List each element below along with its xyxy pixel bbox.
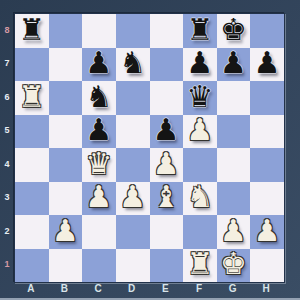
square-f2[interactable]: [183, 215, 217, 249]
square-a1[interactable]: [15, 249, 49, 283]
square-b8[interactable]: [49, 14, 83, 48]
white-rook: ♜: [18, 82, 45, 112]
chess-board: ♜♜♚♟♞♟♟♟♜♞♛♟♟♟♛♟♟♟♝♞♟♟♟♜♚: [14, 13, 285, 283]
white-pawn: ♟: [52, 216, 79, 246]
square-b1[interactable]: [49, 249, 83, 283]
square-b2[interactable]: ♟: [49, 215, 83, 249]
chess-board-frame: 87654321 ♜♜♚♟♞♟♟♟♜♞♛♟♟♟♛♟♟♟♝♞♟♟♟♜♚ ABCDE…: [0, 0, 300, 300]
square-a6[interactable]: ♜: [15, 81, 49, 115]
black-pawn: ♟: [153, 115, 180, 145]
square-f7[interactable]: ♟: [183, 48, 217, 82]
black-pawn: ♟: [220, 48, 247, 78]
file-label-h: H: [249, 280, 283, 297]
file-label-e: E: [149, 280, 183, 297]
square-d2[interactable]: [116, 215, 150, 249]
square-h4[interactable]: [250, 148, 284, 182]
square-b5[interactable]: [49, 115, 83, 149]
square-f5[interactable]: ♟: [183, 115, 217, 149]
white-knight: ♞: [186, 182, 213, 212]
square-d1[interactable]: [116, 249, 150, 283]
square-h8[interactable]: [250, 14, 284, 48]
square-c1[interactable]: [82, 249, 116, 283]
square-g3[interactable]: [217, 182, 251, 216]
white-pawn: ♟: [254, 216, 281, 246]
black-rook: ♜: [18, 15, 45, 45]
square-d3[interactable]: ♟: [116, 182, 150, 216]
black-pawn: ♟: [86, 48, 113, 78]
file-labels: ABCDEFGH: [14, 280, 283, 297]
square-c7[interactable]: ♟: [82, 48, 116, 82]
file-label-g: G: [216, 280, 250, 297]
square-e4[interactable]: ♟: [150, 148, 184, 182]
rank-labels: 87654321: [0, 13, 14, 281]
white-pawn: ♟: [153, 149, 180, 179]
white-pawn: ♟: [119, 182, 146, 212]
square-e2[interactable]: [150, 215, 184, 249]
file-label-a: A: [14, 280, 48, 297]
white-pawn: ♟: [220, 216, 247, 246]
square-f4[interactable]: [183, 148, 217, 182]
white-bishop: ♝: [153, 182, 180, 212]
file-label-d: D: [115, 280, 149, 297]
square-b7[interactable]: [49, 48, 83, 82]
rank-label-5: 5: [0, 114, 14, 148]
black-pawn: ♟: [254, 48, 281, 78]
rank-label-7: 7: [0, 47, 14, 81]
square-g2[interactable]: ♟: [217, 215, 251, 249]
square-a5[interactable]: [15, 115, 49, 149]
square-h6[interactable]: [250, 81, 284, 115]
rank-label-2: 2: [0, 214, 14, 248]
white-king: ♚: [220, 249, 247, 279]
file-label-c: C: [81, 280, 115, 297]
white-rook: ♜: [186, 249, 213, 279]
square-g6[interactable]: [217, 81, 251, 115]
square-a2[interactable]: [15, 215, 49, 249]
square-e3[interactable]: ♝: [150, 182, 184, 216]
square-h7[interactable]: ♟: [250, 48, 284, 82]
white-pawn: ♟: [86, 182, 113, 212]
square-f6[interactable]: ♛: [183, 81, 217, 115]
white-pawn: ♟: [186, 115, 213, 145]
square-g1[interactable]: ♚: [217, 249, 251, 283]
square-h2[interactable]: ♟: [250, 215, 284, 249]
square-c2[interactable]: [82, 215, 116, 249]
rank-label-4: 4: [0, 147, 14, 181]
square-g7[interactable]: ♟: [217, 48, 251, 82]
square-d5[interactable]: [116, 115, 150, 149]
square-e1[interactable]: [150, 249, 184, 283]
rank-label-6: 6: [0, 80, 14, 114]
square-a8[interactable]: ♜: [15, 14, 49, 48]
square-c6[interactable]: ♞: [82, 81, 116, 115]
square-c8[interactable]: [82, 14, 116, 48]
square-d6[interactable]: [116, 81, 150, 115]
square-h1[interactable]: [250, 249, 284, 283]
file-label-f: F: [182, 280, 216, 297]
square-a3[interactable]: [15, 182, 49, 216]
black-knight: ♞: [86, 82, 113, 112]
square-g4[interactable]: [217, 148, 251, 182]
square-g8[interactable]: ♚: [217, 14, 251, 48]
square-h5[interactable]: [250, 115, 284, 149]
file-label-b: B: [48, 280, 82, 297]
square-c3[interactable]: ♟: [82, 182, 116, 216]
square-f3[interactable]: ♞: [183, 182, 217, 216]
black-king: ♚: [220, 15, 247, 45]
black-rook: ♜: [186, 15, 213, 45]
white-queen: ♛: [86, 149, 113, 179]
square-d4[interactable]: [116, 148, 150, 182]
square-c4[interactable]: ♛: [82, 148, 116, 182]
square-c5[interactable]: ♟: [82, 115, 116, 149]
square-f8[interactable]: ♜: [183, 14, 217, 48]
square-e6[interactable]: [150, 81, 184, 115]
black-pawn: ♟: [186, 48, 213, 78]
square-d7[interactable]: ♞: [116, 48, 150, 82]
square-e7[interactable]: [150, 48, 184, 82]
square-d8[interactable]: [116, 14, 150, 48]
black-pawn: ♟: [86, 115, 113, 145]
square-a7[interactable]: [15, 48, 49, 82]
black-queen: ♛: [186, 82, 213, 112]
square-g5[interactable]: [217, 115, 251, 149]
square-b4[interactable]: [49, 148, 83, 182]
square-b6[interactable]: [49, 81, 83, 115]
square-h3[interactable]: [250, 182, 284, 216]
square-a4[interactable]: [15, 148, 49, 182]
square-b3[interactable]: [49, 182, 83, 216]
rank-label-8: 8: [0, 13, 14, 47]
rank-label-3: 3: [0, 181, 14, 215]
black-knight: ♞: [119, 48, 146, 78]
square-e8[interactable]: [150, 14, 184, 48]
rank-label-1: 1: [0, 248, 14, 282]
square-f1[interactable]: ♜: [183, 249, 217, 283]
square-e5[interactable]: ♟: [150, 115, 184, 149]
